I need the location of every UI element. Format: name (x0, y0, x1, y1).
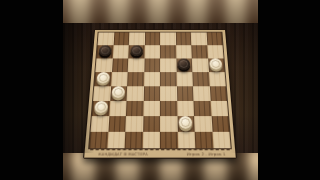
table-background: ⛂⛂⛂⛀⛀⛀⛀⛀ КАНДИДАТ В МАСТЕРА Игрок 2 - Иг… (63, 23, 258, 153)
right-letterbox-bar (258, 0, 320, 180)
left-letterbox-bar (0, 0, 63, 180)
video-frame: ⛂⛂⛂⛀⛀⛀⛀⛀ КАНДИДАТ В МАСТЕРА Игрок 2 - Иг… (0, 0, 320, 180)
photo-strip: ⛂⛂⛂⛀⛀⛀⛀⛀ КАНДИДАТ В МАСТЕРА Игрок 2 - Иг… (63, 0, 258, 180)
scene-vignette (63, 23, 258, 153)
